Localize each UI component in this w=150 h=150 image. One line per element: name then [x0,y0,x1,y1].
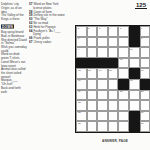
clue-text: Animal also called the short-tailed weas… [1,67,26,78]
clue-text: She directed David in "Selma" [1,37,27,44]
page-number: 125 [135,2,147,9]
grid-cell[interactable] [129,90,140,101]
black-square [129,121,140,132]
cell-number: 7 [78,37,79,39]
black-square [97,58,108,69]
clue-item: Animal also called the short-tailed weas… [1,67,27,78]
cell-number: 18 [130,79,133,81]
clue-item: 57Word on New York license plates [29,2,67,9]
clue-text: Chevy sedan [33,40,51,44]
grid-cell[interactable]: 2 [87,26,98,37]
clue-item: Word on drab green T-shirts [1,52,27,59]
grid-cell[interactable]: 24 [140,111,150,122]
grid-cell[interactable] [87,111,98,122]
grid-cell[interactable] [87,90,98,101]
grid-cell[interactable]: 7 [76,37,87,48]
clue-text: Word on New York license plates [33,2,59,9]
grid-cell[interactable] [108,90,119,101]
grid-cell[interactable]: 11 [118,58,129,69]
grid-cell[interactable] [97,111,108,122]
cell-number: 4 [109,27,110,29]
grid-cell[interactable]: 1 [76,26,87,37]
clue-item: The Valley of the Kings is there [1,13,27,20]
grid-cell[interactable]: 25 [76,121,87,132]
black-square [129,68,140,79]
grid-cell[interactable]: 12 [76,68,87,79]
grid-cell[interactable]: 22 [76,100,87,111]
cell-number: 22 [78,101,81,103]
grid-cell[interactable]: 18 [129,79,140,90]
grid-cell[interactable] [118,100,129,111]
clue-item: Origin, as of an idea [1,6,27,13]
grid-cell[interactable]: 10 [129,47,140,58]
grid-cell[interactable] [87,47,98,58]
grid-cell[interactable] [108,111,119,122]
clue-item: She directed David in "Selma" [1,37,27,44]
cell-number: 14 [99,69,102,71]
grid-cell[interactable] [140,58,150,69]
grid-cell[interactable] [97,100,108,111]
cell-number: 17 [78,79,81,81]
cell-number: 25 [78,122,81,124]
down-section-header: DOWN [1,25,14,29]
grid-cell[interactable]: 23 [76,111,87,122]
cell-number: 24 [141,111,144,113]
grid-cell[interactable] [118,68,129,79]
grid-cell[interactable]: 26 [140,121,150,132]
clue-text: Word on drab green T-shirts [1,52,20,59]
grid-cell[interactable] [97,79,108,90]
grid-cell[interactable] [97,47,108,58]
clue-text: Wish you someday could [1,45,27,52]
grid-cell[interactable]: 19 [76,90,87,101]
cell-number: 8 [141,37,142,39]
grid-cell[interactable]: 6 [140,26,150,37]
grid-cell[interactable] [140,100,150,111]
cell-number: 20 [120,90,123,92]
black-square [129,26,140,37]
cell-number: 2 [88,27,89,29]
cell-number: 3 [99,27,100,29]
black-square [129,37,140,48]
grid-cell[interactable] [87,121,98,132]
grid-cell[interactable] [108,121,119,132]
grid-cell[interactable]: 14 [97,68,108,79]
grid-cell[interactable]: 16 [140,68,150,79]
grid-cell[interactable]: 5 [118,26,129,37]
grid-cell[interactable] [118,37,129,48]
grid-cell[interactable] [97,121,108,132]
grid-cell[interactable]: 20 [118,90,129,101]
grid-cell[interactable] [118,111,129,122]
cell-number: 6 [141,27,142,29]
clue-text: The Valley of the Kings is there [1,13,24,20]
crossword-grid[interactable]: 1234567891011121314151617181920212223242… [75,25,150,133]
clue-text: Back and forth path [1,86,21,93]
grid-cell[interactable]: 13 [87,68,98,79]
clue-text: Faulkner's "As I ___ Dying" [33,29,60,36]
cell-number: 1 [78,27,79,29]
clue-text: Origin, as of an idea [1,6,22,13]
grid-cell[interactable] [129,58,140,69]
clue-item: 67Chevy sedan [29,40,67,44]
grid-cell[interactable] [87,79,98,90]
clue-column-middle: 57Word on New York license plates58Cover… [29,2,67,44]
black-square [129,111,140,122]
grid-cell[interactable] [97,90,108,101]
clue-item: 64Faulkner's "As I ___ Dying" [29,29,67,36]
grid-cell[interactable] [108,37,119,48]
cell-number: 21 [141,90,144,92]
cell-number: 23 [78,111,81,113]
black-square [87,58,98,69]
grid-cell[interactable] [118,121,129,132]
black-square [108,58,119,69]
grid-cell[interactable] [118,47,129,58]
grid-cell[interactable] [97,37,108,48]
answer-page-note: ANSWER, PAGE [102,139,128,143]
black-square [118,79,129,90]
cell-number: 5 [120,27,121,29]
grid-cell[interactable] [108,79,119,90]
grid-cell[interactable]: 8 [140,37,150,48]
cell-number: 13 [88,69,91,71]
grid-cell[interactable]: 3 [97,26,108,37]
cell-number: 12 [78,69,81,71]
grid-cell[interactable]: 15 [108,68,119,79]
cell-number: 9 [78,48,79,50]
grid-cell[interactable] [87,100,98,111]
cell-number: 26 [141,122,144,124]
black-square [76,58,87,69]
grid-cell[interactable]: 21 [140,90,150,101]
grid-cell[interactable] [87,37,98,48]
grid-cell[interactable] [140,47,150,58]
grid-cell[interactable] [129,100,140,111]
cell-number: 10 [130,48,133,50]
grid-cell[interactable]: 17 [76,79,87,90]
grid-cell[interactable]: 9 [76,47,87,58]
black-square [140,79,150,90]
grid-cell[interactable] [108,47,119,58]
clue-item: Wish you someday could [1,45,27,52]
cell-number: 19 [78,90,81,92]
cell-number: 16 [141,69,144,71]
grid-cell[interactable] [108,100,119,111]
cell-number: 15 [109,69,112,71]
clue-item: Back and forth path [1,86,27,93]
clue-column-left: Dolphins' cityOrigin, as of an ideaThe V… [1,2,27,93]
grid-cell[interactable]: 4 [108,26,119,37]
cell-number: 11 [120,58,122,60]
